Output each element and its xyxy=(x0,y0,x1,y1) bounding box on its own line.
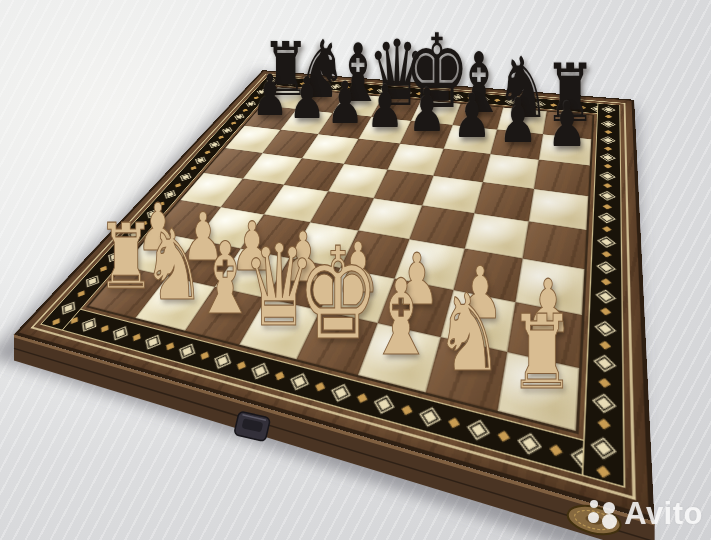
small-diamond-ornament-icon: ◆ xyxy=(162,340,177,353)
small-diamond-ornament-icon: ◆ xyxy=(440,93,448,98)
diamond-ornament-icon: ◈ xyxy=(375,86,390,94)
diamond-ornament-icon: ◈ xyxy=(102,248,127,265)
diamond-ornament-icon: ◈ xyxy=(590,429,616,464)
small-diamond-ornament-icon: ◆ xyxy=(549,441,563,460)
diamond-ornament-icon: ◈ xyxy=(285,368,314,395)
diamond-ornament-icon: ◈ xyxy=(532,99,547,108)
diamond-ornament-icon: ◈ xyxy=(561,101,576,111)
diamond-ornament-icon: ◈ xyxy=(326,378,355,407)
diamond-ornament-icon: ◈ xyxy=(601,119,616,130)
avito-watermark: Avito xyxy=(588,496,703,532)
small-diamond-ornament-icon: ◆ xyxy=(343,85,351,89)
diamond-ornament-icon: ◈ xyxy=(464,413,492,446)
diamond-ornament-icon: ◈ xyxy=(600,134,615,146)
diamond-ornament-icon: ◈ xyxy=(399,88,414,96)
small-diamond-ornament-icon: ◆ xyxy=(550,102,558,107)
small-diamond-ornament-icon: ◆ xyxy=(496,427,511,445)
small-diamond-ornament-icon: ◆ xyxy=(299,81,307,85)
small-diamond-ornament-icon: ◆ xyxy=(272,369,287,383)
photo-scene: ◈◆◈◆◈◆◈◆◈◆◈◆◈◆◈◆◈◆◈◆◈◆◈◆◈◆◈◆ ◈◆◈◆◈◆◈◆◈◆◈… xyxy=(0,0,711,540)
diamond-ornament-icon: ◈ xyxy=(594,315,616,340)
small-diamond-ornament-icon: ◆ xyxy=(49,316,64,327)
diamond-ornament-icon: ◈ xyxy=(597,232,616,250)
diamond-ornament-icon: ◈ xyxy=(370,389,399,419)
avito-watermark-text: Avito xyxy=(624,496,703,532)
diamond-ornament-icon: ◈ xyxy=(600,151,616,164)
small-diamond-ornament-icon: ◆ xyxy=(312,379,327,394)
diamond-ornament-icon: ◈ xyxy=(246,357,275,383)
diamond-ornament-icon: ◈ xyxy=(598,209,616,225)
diamond-ornament-icon: ◈ xyxy=(328,82,344,90)
diamond-ornament-icon: ◈ xyxy=(476,94,491,103)
small-diamond-ornament-icon: ◆ xyxy=(197,349,212,362)
diamond-ornament-icon: ◈ xyxy=(416,401,444,432)
small-diamond-ornament-icon: ◆ xyxy=(355,390,370,405)
avito-logo-icon xyxy=(588,499,618,529)
small-diamond-ornament-icon: ◆ xyxy=(447,414,462,431)
diamond-ornament-icon: ◈ xyxy=(503,96,518,105)
small-diamond-ornament-icon: ◆ xyxy=(521,100,529,105)
small-diamond-ornament-icon: ◆ xyxy=(415,91,423,95)
small-diamond-ornament-icon: ◆ xyxy=(400,402,415,418)
diamond-ornament-icon: ◈ xyxy=(351,84,366,92)
diamond-ornament-icon: ◈ xyxy=(592,387,617,418)
diamond-ornament-icon: ◈ xyxy=(599,188,616,203)
small-diamond-ornament-icon: ◆ xyxy=(466,95,474,100)
diamond-ornament-icon: ◈ xyxy=(516,426,544,461)
small-diamond-ornament-icon: ◆ xyxy=(234,359,249,373)
small-diamond-ornament-icon: ◆ xyxy=(129,331,144,343)
diamond-ornament-icon: ◈ xyxy=(595,285,616,307)
diamond-ornament-icon: ◈ xyxy=(596,257,616,277)
diamond-ornament-icon: ◈ xyxy=(593,349,616,377)
small-diamond-ornament-icon: ◆ xyxy=(367,87,375,91)
pinstripe xyxy=(624,103,636,500)
small-diamond-ornament-icon: ◆ xyxy=(596,461,610,481)
small-diamond-ornament-icon: ◆ xyxy=(493,97,501,102)
diamond-ornament-icon: ◈ xyxy=(424,90,439,99)
diamond-ornament-icon: ◈ xyxy=(601,104,615,114)
small-diamond-ornament-icon: ◆ xyxy=(579,105,587,110)
small-diamond-ornament-icon: ◆ xyxy=(391,89,399,93)
diamond-ornament-icon: ◈ xyxy=(450,92,465,101)
diamond-ornament-icon: ◈ xyxy=(599,169,616,183)
small-diamond-ornament-icon: ◆ xyxy=(321,83,329,87)
